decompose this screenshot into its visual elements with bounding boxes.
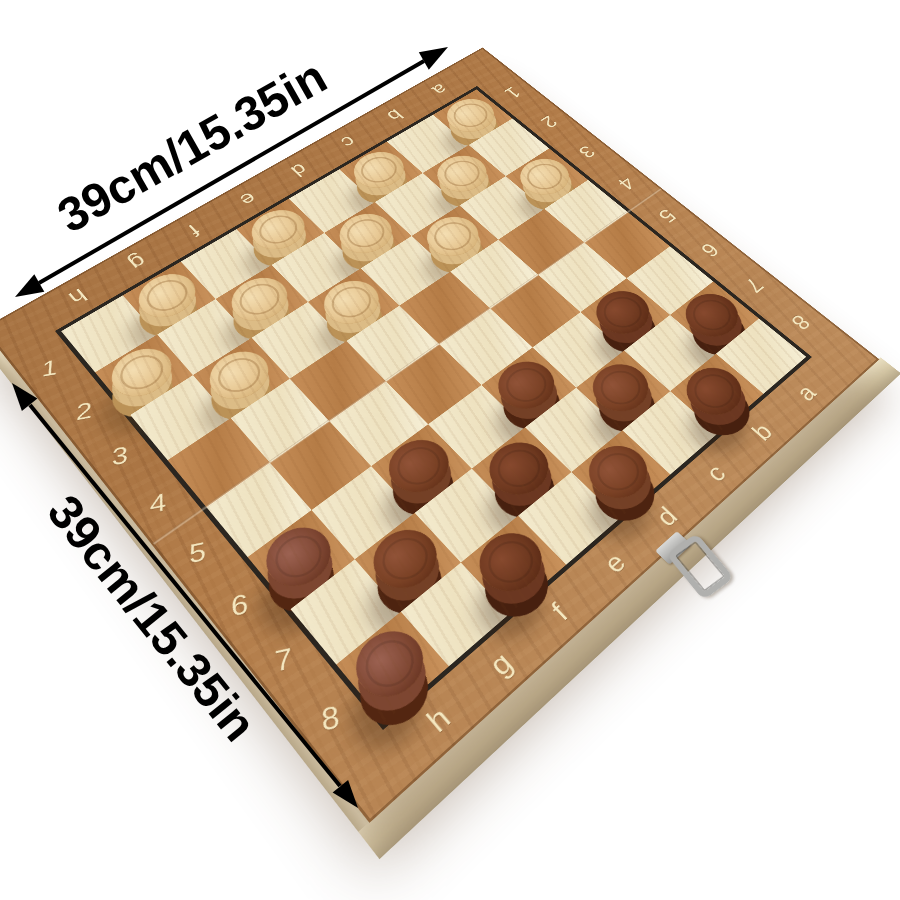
board-grid	[61, 89, 806, 722]
product-photo-stage: hhggffeeddccbbaa1122334455667788 39cm/15…	[0, 0, 900, 900]
checkers-board: hhggffeeddccbbaa1122334455667788	[0, 47, 879, 822]
playing-area	[55, 86, 812, 730]
rank-label-left-8: 8	[296, 671, 366, 768]
